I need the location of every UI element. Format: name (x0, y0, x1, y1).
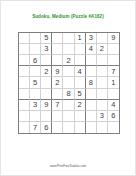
cell-r5c6 (75, 77, 86, 88)
cell-r8c7 (86, 111, 97, 122)
cell-r3c5: 2 (63, 55, 74, 66)
cell-r2c7: 4 (86, 44, 97, 55)
cell-r7c8 (97, 100, 108, 111)
cell-r4c8 (97, 66, 108, 77)
cell-r9c5 (63, 122, 74, 133)
cell-r7c4: 7 (52, 100, 63, 111)
cell-r3c9 (108, 55, 119, 66)
cell-r8c6 (75, 111, 86, 122)
cell-r7c9: 4 (108, 100, 119, 111)
cell-r3c4 (52, 55, 63, 66)
cell-r5c8 (97, 77, 108, 88)
cell-r5c9: 1 (108, 77, 119, 88)
cell-r8c4 (52, 111, 63, 122)
sudoku-grid: 5139342622947528185397243676 (18, 32, 120, 134)
cell-r6c9 (108, 89, 119, 100)
cell-r5c4: 2 (52, 77, 63, 88)
cell-r9c4 (52, 122, 63, 133)
cell-r3c8 (97, 55, 108, 66)
cell-r3c3 (41, 55, 52, 66)
cell-r4c2 (30, 66, 41, 77)
cell-r9c3: 6 (41, 122, 52, 133)
cell-r5c2: 5 (30, 77, 41, 88)
cell-r1c7: 3 (86, 33, 97, 44)
cell-r2c5 (63, 44, 74, 55)
cell-r3c2: 6 (30, 55, 41, 66)
cell-r9c9 (108, 122, 119, 133)
cell-r7c1 (19, 100, 30, 111)
cell-r6c7 (86, 89, 97, 100)
cell-r6c1 (19, 89, 30, 100)
cell-r3c1 (19, 55, 30, 66)
cell-r8c3 (41, 111, 52, 122)
cell-r2c2 (30, 44, 41, 55)
cell-r4c9: 7 (108, 66, 119, 77)
page-title: Sudoku, Medium (Puzzle #A162) (1, 14, 135, 19)
cell-r4c4: 9 (52, 66, 63, 77)
cell-r8c8: 3 (97, 111, 108, 122)
sudoku-page: Sudoku, Medium (Puzzle #A162) 5139342622… (0, 0, 136, 176)
cell-r1c5 (63, 33, 74, 44)
cell-r5c1 (19, 77, 30, 88)
cell-r3c7 (86, 55, 97, 66)
cell-r2c6 (75, 44, 86, 55)
cell-r4c5 (63, 66, 74, 77)
cell-r2c3: 3 (41, 44, 52, 55)
cell-r2c8: 2 (97, 44, 108, 55)
cell-r6c5: 8 (63, 89, 74, 100)
cell-r7c2: 3 (30, 100, 41, 111)
cell-r7c7 (86, 100, 97, 111)
cell-r9c7 (86, 122, 97, 133)
cell-r9c2: 7 (30, 122, 41, 133)
cell-r8c9: 6 (108, 111, 119, 122)
cell-r9c1 (19, 122, 30, 133)
cell-r1c8 (97, 33, 108, 44)
cell-r8c1 (19, 111, 30, 122)
cell-r7c3: 9 (41, 100, 52, 111)
cell-r1c1 (19, 33, 30, 44)
cell-r4c3: 2 (41, 66, 52, 77)
cell-r1c4 (52, 33, 63, 44)
cell-r4c6: 4 (75, 66, 86, 77)
cell-r6c8 (97, 89, 108, 100)
cell-r3c6 (75, 55, 86, 66)
cell-r5c3 (41, 77, 52, 88)
cell-r6c2 (30, 89, 41, 100)
cell-r6c3 (41, 89, 52, 100)
cell-r2c1 (19, 44, 30, 55)
cell-r4c7 (86, 66, 97, 77)
cell-r8c2 (30, 111, 41, 122)
cell-r7c5 (63, 100, 74, 111)
cell-r7c6: 2 (75, 100, 86, 111)
cell-r2c9 (108, 44, 119, 55)
cell-r2c4 (52, 44, 63, 55)
cell-r1c3: 5 (41, 33, 52, 44)
cell-r1c2 (30, 33, 41, 44)
cell-r6c6: 5 (75, 89, 86, 100)
cell-r8c5 (63, 111, 74, 122)
cell-r6c4 (52, 89, 63, 100)
cell-r1c6: 1 (75, 33, 86, 44)
cell-r5c7: 8 (86, 77, 97, 88)
cell-r1c9: 9 (108, 33, 119, 44)
cell-r9c8 (97, 122, 108, 133)
cell-r5c5 (63, 77, 74, 88)
cell-r4c1 (19, 66, 30, 77)
cell-r9c6 (75, 122, 86, 133)
footer-url: www.PrintFreeSudoku.com (1, 164, 135, 168)
